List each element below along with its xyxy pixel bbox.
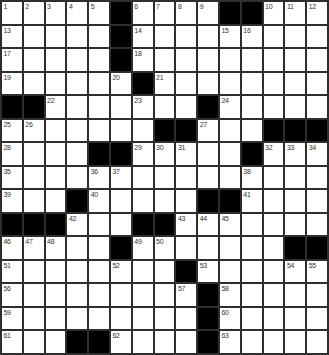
cell-r6c9 <box>176 120 196 142</box>
cell-r14c6[interactable] <box>111 308 131 330</box>
cell-r6c10[interactable]: 27 <box>198 120 218 142</box>
cell-r10c6[interactable] <box>111 214 131 236</box>
cell-r4c9[interactable] <box>176 73 196 95</box>
cell-r13c13[interactable] <box>264 284 284 306</box>
cell-r12c9 <box>176 261 196 283</box>
cell-r8c11[interactable] <box>220 167 240 189</box>
cell-r5c9[interactable] <box>176 96 196 118</box>
cell-r9c4 <box>67 190 87 212</box>
cell-r3c7[interactable]: 18 <box>133 49 153 71</box>
cell-r3c5[interactable] <box>89 49 109 71</box>
cell-r5c11[interactable]: 24 <box>220 96 240 118</box>
cell-r1c10[interactable]: 9 <box>198 2 218 24</box>
cell-r11c14 <box>285 237 305 259</box>
cell-r11c9[interactable] <box>176 237 196 259</box>
clue-number: 44 <box>200 214 207 223</box>
cell-r13c7[interactable] <box>133 284 153 306</box>
cell-r11c15 <box>307 237 327 259</box>
clue-number: 49 <box>134 237 141 246</box>
cell-r14c15[interactable] <box>307 308 327 330</box>
cell-r9c10 <box>198 190 218 212</box>
cell-r13c5[interactable] <box>89 284 109 306</box>
cell-r11c8[interactable]: 50 <box>155 237 175 259</box>
cell-r3c6 <box>111 49 131 71</box>
cell-r2c10[interactable] <box>198 26 218 48</box>
cell-r11c5[interactable] <box>89 237 109 259</box>
cell-r4c10[interactable] <box>198 73 218 95</box>
clue-number: 60 <box>221 308 228 317</box>
cell-r11c1[interactable]: 46 <box>2 237 22 259</box>
clue-number: 37 <box>112 167 119 176</box>
cell-r6c7[interactable] <box>133 120 153 142</box>
cell-r1c8[interactable]: 7 <box>155 2 175 24</box>
cell-r12c12[interactable] <box>242 261 262 283</box>
cell-r8c14[interactable] <box>285 167 305 189</box>
clue-number: 25 <box>4 120 11 129</box>
clue-number: 59 <box>4 308 11 317</box>
clue-number: 31 <box>178 143 185 152</box>
cell-r7c5 <box>89 143 109 165</box>
cell-r7c8[interactable]: 30 <box>155 143 175 165</box>
clue-number: 55 <box>309 261 316 270</box>
cell-r12c10[interactable]: 53 <box>198 261 218 283</box>
cell-r2c13[interactable] <box>264 26 284 48</box>
cell-r4c11[interactable] <box>220 73 240 95</box>
cell-r15c8[interactable] <box>155 331 175 353</box>
clue-number: 12 <box>309 2 316 11</box>
clue-number: 45 <box>221 214 228 223</box>
cell-r14c5[interactable] <box>89 308 109 330</box>
clue-number: 23 <box>134 96 141 105</box>
cell-r13c4[interactable] <box>67 284 87 306</box>
clue-number: 50 <box>156 237 163 246</box>
cell-r7c1[interactable]: 28 <box>2 143 22 165</box>
cell-r8c5[interactable]: 36 <box>89 167 109 189</box>
cell-r7c12 <box>242 143 262 165</box>
clue-number: 15 <box>221 26 228 35</box>
cell-r12c4[interactable] <box>67 261 87 283</box>
cell-r1c11 <box>220 2 240 24</box>
cell-r14c9[interactable] <box>176 308 196 330</box>
cell-r1c14[interactable]: 11 <box>285 2 305 24</box>
cell-r11c6 <box>111 237 131 259</box>
cell-r13c1[interactable]: 56 <box>2 284 22 306</box>
clue-number: 38 <box>243 167 250 176</box>
clue-number: 17 <box>4 49 11 58</box>
cell-r7c11[interactable] <box>220 143 240 165</box>
cell-r3c8[interactable] <box>155 49 175 71</box>
cell-r2c8[interactable] <box>155 26 175 48</box>
clue-number: 9 <box>200 2 204 11</box>
cell-r6c13 <box>264 120 284 142</box>
cell-r7c6 <box>111 143 131 165</box>
cell-r8c2[interactable] <box>24 167 44 189</box>
cell-r1c5[interactable]: 5 <box>89 2 109 24</box>
cell-r13c15[interactable] <box>307 284 327 306</box>
cell-r2c9[interactable] <box>176 26 196 48</box>
cell-r15c1[interactable]: 61 <box>2 331 22 353</box>
cell-r10c8 <box>155 214 175 236</box>
cell-r4c4[interactable] <box>67 73 87 95</box>
cell-r3c13[interactable] <box>264 49 284 71</box>
clue-number: 21 <box>156 73 163 82</box>
cell-r7c13[interactable]: 32 <box>264 143 284 165</box>
cell-r10c11[interactable]: 45 <box>220 214 240 236</box>
clue-number: 16 <box>243 26 250 35</box>
cell-r12c8[interactable] <box>155 261 175 283</box>
cell-r13c3[interactable] <box>46 284 66 306</box>
clue-number: 28 <box>4 143 11 152</box>
cell-r1c3[interactable]: 3 <box>46 2 66 24</box>
cell-r9c13[interactable] <box>264 190 284 212</box>
cell-r2c5[interactable] <box>89 26 109 48</box>
cell-r3c11[interactable] <box>220 49 240 71</box>
cell-r5c1 <box>2 96 22 118</box>
cell-r11c3[interactable]: 48 <box>46 237 66 259</box>
cell-r8c8[interactable] <box>155 167 175 189</box>
cell-r5c14[interactable] <box>285 96 305 118</box>
clue-number: 56 <box>4 284 11 293</box>
clue-number: 20 <box>112 73 119 82</box>
cell-r14c12[interactable] <box>242 308 262 330</box>
cell-r9c15[interactable] <box>307 190 327 212</box>
cell-r9c12[interactable]: 41 <box>242 190 262 212</box>
cell-r1c2[interactable]: 2 <box>24 2 44 24</box>
cell-r3c12[interactable] <box>242 49 262 71</box>
cell-r11c11[interactable] <box>220 237 240 259</box>
cell-r1c4[interactable]: 4 <box>67 2 87 24</box>
cell-r9c2[interactable] <box>24 190 44 212</box>
cell-r10c13[interactable] <box>264 214 284 236</box>
cell-r10c14[interactable] <box>285 214 305 236</box>
cell-r6c5[interactable] <box>89 120 109 142</box>
cell-r12c11[interactable] <box>220 261 240 283</box>
cell-r14c10 <box>198 308 218 330</box>
clue-number: 2 <box>25 2 29 11</box>
cell-r14c11[interactable]: 60 <box>220 308 240 330</box>
clue-number: 5 <box>91 2 95 11</box>
cell-r15c6[interactable]: 62 <box>111 331 131 353</box>
cell-r3c3[interactable] <box>46 49 66 71</box>
cell-r12c13[interactable] <box>264 261 284 283</box>
cell-r15c5 <box>89 331 109 353</box>
cell-r6c12[interactable] <box>242 120 262 142</box>
cell-r6c14 <box>285 120 305 142</box>
cell-r8c9[interactable] <box>176 167 196 189</box>
clue-number: 10 <box>265 2 272 11</box>
cell-r12c1[interactable]: 51 <box>2 261 22 283</box>
clue-number: 62 <box>112 331 119 340</box>
clue-number: 46 <box>4 237 11 246</box>
clue-number: 43 <box>178 214 185 223</box>
cell-r8c15[interactable] <box>307 167 327 189</box>
cell-r2c1[interactable]: 13 <box>2 26 22 48</box>
cell-r12c5[interactable] <box>89 261 109 283</box>
cell-r11c10[interactable] <box>198 237 218 259</box>
cell-r14c14[interactable] <box>285 308 305 330</box>
cell-r6c3[interactable] <box>46 120 66 142</box>
cell-r4c8[interactable]: 21 <box>155 73 175 95</box>
clue-number: 34 <box>309 143 316 152</box>
cell-r2c2[interactable] <box>24 26 44 48</box>
cell-r14c3[interactable] <box>46 308 66 330</box>
cell-r9c1[interactable]: 39 <box>2 190 22 212</box>
cell-r14c2[interactable] <box>24 308 44 330</box>
clue-number: 18 <box>134 49 141 58</box>
cell-r3c10[interactable] <box>198 49 218 71</box>
cell-r5c15[interactable] <box>307 96 327 118</box>
cell-r14c1[interactable]: 59 <box>2 308 22 330</box>
cell-r10c3 <box>46 214 66 236</box>
clue-number: 30 <box>156 143 163 152</box>
cell-r2c15[interactable] <box>307 26 327 48</box>
cell-r4c13[interactable] <box>264 73 284 95</box>
clue-number: 61 <box>4 331 11 340</box>
cell-r1c6 <box>111 2 131 24</box>
cell-r13c6[interactable] <box>111 284 131 306</box>
cell-r4c1[interactable]: 19 <box>2 73 22 95</box>
cell-r14c8[interactable] <box>155 308 175 330</box>
cell-r15c15[interactable] <box>307 331 327 353</box>
clue-number: 27 <box>200 120 207 129</box>
cell-r9c14[interactable] <box>285 190 305 212</box>
cell-r10c12[interactable] <box>242 214 262 236</box>
cell-r14c7[interactable] <box>133 308 153 330</box>
cell-r6c1[interactable]: 25 <box>2 120 22 142</box>
cell-r3c1[interactable]: 17 <box>2 49 22 71</box>
cell-r1c1[interactable]: 1 <box>2 2 22 24</box>
cell-r13c9[interactable]: 57 <box>176 284 196 306</box>
cell-r7c4[interactable] <box>67 143 87 165</box>
cell-r13c10 <box>198 284 218 306</box>
cell-r4c6[interactable]: 20 <box>111 73 131 95</box>
cell-r13c8[interactable] <box>155 284 175 306</box>
clue-number: 35 <box>4 167 11 176</box>
clue-number: 8 <box>178 2 182 11</box>
cell-r13c12[interactable] <box>242 284 262 306</box>
cell-r4c15[interactable] <box>307 73 327 95</box>
cell-r15c11[interactable]: 63 <box>220 331 240 353</box>
cell-r4c2[interactable] <box>24 73 44 95</box>
clue-number: 58 <box>221 284 228 293</box>
cell-r8c10[interactable] <box>198 167 218 189</box>
cell-r8c3[interactable] <box>46 167 66 189</box>
clue-number: 42 <box>69 214 76 223</box>
cell-r3c2[interactable] <box>24 49 44 71</box>
cell-r7c9[interactable]: 31 <box>176 143 196 165</box>
cell-r7c3[interactable] <box>46 143 66 165</box>
cell-r15c9[interactable] <box>176 331 196 353</box>
cell-r6c8 <box>155 120 175 142</box>
cell-r5c10 <box>198 96 218 118</box>
cell-r9c5[interactable]: 40 <box>89 190 109 212</box>
cell-r2c7[interactable]: 14 <box>133 26 153 48</box>
cell-r9c9[interactable] <box>176 190 196 212</box>
cell-r7c15[interactable]: 34 <box>307 143 327 165</box>
cell-r15c13[interactable] <box>264 331 284 353</box>
clue-number: 4 <box>69 2 73 11</box>
clue-number: 51 <box>4 261 11 270</box>
cell-r4c12[interactable] <box>242 73 262 95</box>
cell-r5c13[interactable] <box>264 96 284 118</box>
cell-r10c10[interactable]: 44 <box>198 214 218 236</box>
cell-r13c14[interactable] <box>285 284 305 306</box>
cell-r6c6[interactable] <box>111 120 131 142</box>
cell-r10c5[interactable] <box>89 214 109 236</box>
cell-r1c9[interactable]: 8 <box>176 2 196 24</box>
cell-r7c14[interactable]: 33 <box>285 143 305 165</box>
cell-r2c14[interactable] <box>285 26 305 48</box>
clue-number: 29 <box>134 143 141 152</box>
cell-r8c13[interactable] <box>264 167 284 189</box>
cell-r5c2 <box>24 96 44 118</box>
cell-r12c2[interactable] <box>24 261 44 283</box>
cell-r12c14[interactable]: 54 <box>285 261 305 283</box>
clue-number: 22 <box>47 96 54 105</box>
cell-r9c6[interactable] <box>111 190 131 212</box>
cell-r15c4 <box>67 331 87 353</box>
clue-number: 7 <box>156 2 160 11</box>
clue-number: 57 <box>178 284 185 293</box>
crossword-grid: 1234567891011121314151617181920212223242… <box>0 0 329 355</box>
cell-r6c2[interactable]: 26 <box>24 120 44 142</box>
cell-r15c12[interactable] <box>242 331 262 353</box>
cell-r5c8[interactable] <box>155 96 175 118</box>
clue-number: 33 <box>287 143 294 152</box>
cell-r1c12 <box>242 2 262 24</box>
clue-number: 1 <box>4 2 8 11</box>
clue-number: 63 <box>221 331 228 340</box>
cell-r1c13[interactable]: 10 <box>264 2 284 24</box>
cell-r10c15[interactable] <box>307 214 327 236</box>
clue-number: 54 <box>287 261 294 270</box>
cell-r15c10 <box>198 331 218 353</box>
cell-r1c7[interactable]: 6 <box>133 2 153 24</box>
clue-number: 14 <box>134 26 141 35</box>
cell-r14c4[interactable] <box>67 308 87 330</box>
clue-number: 48 <box>47 237 54 246</box>
cell-r4c14[interactable] <box>285 73 305 95</box>
clue-number: 13 <box>4 26 11 35</box>
cell-r15c7[interactable] <box>133 331 153 353</box>
cell-r3c15[interactable] <box>307 49 327 71</box>
clue-number: 24 <box>221 96 228 105</box>
cell-r13c2[interactable] <box>24 284 44 306</box>
cell-r11c12[interactable] <box>242 237 262 259</box>
cell-r5c3[interactable]: 22 <box>46 96 66 118</box>
cell-r6c15 <box>307 120 327 142</box>
cell-r1c15[interactable]: 12 <box>307 2 327 24</box>
cell-r8c4[interactable] <box>67 167 87 189</box>
cell-r12c15[interactable]: 55 <box>307 261 327 283</box>
cell-r2c3[interactable] <box>46 26 66 48</box>
cell-r2c11[interactable]: 15 <box>220 26 240 48</box>
cell-r15c14[interactable] <box>285 331 305 353</box>
clue-number: 19 <box>4 73 11 82</box>
clue-number: 26 <box>25 120 32 129</box>
cell-r12c7[interactable] <box>133 261 153 283</box>
cell-r5c4[interactable] <box>67 96 87 118</box>
cell-r12c3[interactable] <box>46 261 66 283</box>
cell-r12c6[interactable]: 52 <box>111 261 131 283</box>
cell-r11c2[interactable]: 47 <box>24 237 44 259</box>
clue-number: 32 <box>265 143 272 152</box>
cell-r5c7[interactable]: 23 <box>133 96 153 118</box>
cell-r2c6 <box>111 26 131 48</box>
cell-r10c1 <box>2 214 22 236</box>
cell-r9c11 <box>220 190 240 212</box>
clue-number: 6 <box>134 2 138 11</box>
clue-number: 47 <box>25 237 32 246</box>
cell-r5c12[interactable] <box>242 96 262 118</box>
cell-r10c9[interactable]: 43 <box>176 214 196 236</box>
cell-r3c14[interactable] <box>285 49 305 71</box>
clue-number: 36 <box>91 167 98 176</box>
cell-r11c4[interactable] <box>67 237 87 259</box>
cell-r5c5[interactable] <box>89 96 109 118</box>
cell-r8c7[interactable] <box>133 167 153 189</box>
cell-r7c7[interactable]: 29 <box>133 143 153 165</box>
clue-number: 40 <box>91 190 98 199</box>
cell-r10c2 <box>24 214 44 236</box>
cell-r5c6[interactable] <box>111 96 131 118</box>
cell-r2c12[interactable]: 16 <box>242 26 262 48</box>
cell-r8c1[interactable]: 35 <box>2 167 22 189</box>
clue-number: 39 <box>4 190 11 199</box>
cell-r9c7[interactable] <box>133 190 153 212</box>
cell-r11c13[interactable] <box>264 237 284 259</box>
cell-r9c3[interactable] <box>46 190 66 212</box>
cell-r14c13[interactable] <box>264 308 284 330</box>
cell-r8c12[interactable]: 38 <box>242 167 262 189</box>
cell-r11c7[interactable]: 49 <box>133 237 153 259</box>
cell-r3c9[interactable] <box>176 49 196 71</box>
clue-number: 53 <box>200 261 207 270</box>
cell-r10c7 <box>133 214 153 236</box>
cell-r13c11[interactable]: 58 <box>220 284 240 306</box>
cell-r15c3[interactable] <box>46 331 66 353</box>
cell-r7c10[interactable] <box>198 143 218 165</box>
cell-r9c8[interactable] <box>155 190 175 212</box>
cell-r4c3[interactable] <box>46 73 66 95</box>
clue-number: 11 <box>287 2 294 11</box>
cell-r8c6[interactable]: 37 <box>111 167 131 189</box>
cell-r4c5[interactable] <box>89 73 109 95</box>
cell-r4c7 <box>133 73 153 95</box>
cell-r15c2[interactable] <box>24 331 44 353</box>
cell-r6c11[interactable] <box>220 120 240 142</box>
cell-r3c4[interactable] <box>67 49 87 71</box>
cell-r2c4[interactable] <box>67 26 87 48</box>
cell-r6c4[interactable] <box>67 120 87 142</box>
cell-r10c4[interactable]: 42 <box>67 214 87 236</box>
clue-number: 41 <box>243 190 250 199</box>
clue-number: 52 <box>112 261 119 270</box>
clue-number: 3 <box>47 2 51 11</box>
cell-r7c2[interactable] <box>24 143 44 165</box>
